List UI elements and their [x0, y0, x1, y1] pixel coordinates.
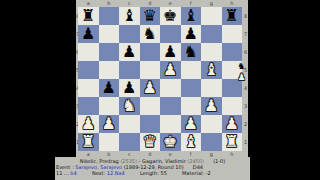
square-a8[interactable]: ♜	[78, 7, 99, 25]
white-knight[interactable]: ♞	[122, 98, 136, 114]
length-value: 55	[160, 170, 166, 176]
rank-labels-left: 87654321	[76, 7, 78, 151]
black-bishop[interactable]: ♝	[184, 8, 198, 24]
square-a3[interactable]	[78, 97, 99, 115]
rank-label-2: 2	[76, 115, 78, 133]
square-h8[interactable]: ♜	[222, 7, 243, 25]
event-label: Event :	[56, 164, 74, 170]
eco-code: D44	[193, 164, 203, 170]
square-g1[interactable]	[201, 133, 222, 151]
square-b8[interactable]	[99, 7, 120, 25]
black-king[interactable]: ♚	[163, 8, 177, 24]
square-g4[interactable]	[201, 79, 222, 97]
square-e7[interactable]	[160, 25, 181, 43]
black-pawn[interactable]: ♟	[184, 26, 198, 42]
square-f3[interactable]	[181, 97, 202, 115]
square-g2[interactable]	[201, 115, 222, 133]
square-b7[interactable]	[99, 25, 120, 43]
file-label-g: g	[201, 0, 222, 6]
square-f8[interactable]: ♝	[181, 7, 202, 25]
black-queen[interactable]: ♛	[143, 8, 157, 24]
square-e2[interactable]	[160, 115, 181, 133]
square-a1[interactable]: ♜	[78, 133, 99, 151]
square-g5[interactable]: ♝	[201, 61, 222, 79]
black-pawn[interactable]: ♟	[122, 44, 136, 60]
black-knight[interactable]: ♞	[184, 44, 198, 60]
rank-label-7: 7	[243, 25, 248, 43]
square-d4[interactable]: ♟	[140, 79, 161, 97]
square-c5[interactable]	[119, 61, 140, 79]
white-rook[interactable]: ♜	[81, 134, 95, 150]
square-h3[interactable]	[222, 97, 243, 115]
square-g3[interactable]: ♟	[201, 97, 222, 115]
rank-label-5: 5	[76, 61, 78, 79]
rank-label-3: 3	[243, 97, 248, 115]
square-a4[interactable]	[78, 79, 99, 97]
square-h2[interactable]: ♟	[222, 115, 243, 133]
square-e4[interactable]	[160, 79, 181, 97]
white-pawn[interactable]: ♟	[143, 80, 157, 96]
square-c7[interactable]	[119, 25, 140, 43]
square-f4[interactable]	[181, 79, 202, 97]
move-number: 11	[56, 170, 62, 176]
square-f7[interactable]: ♟	[181, 25, 202, 43]
square-e5[interactable]: ♟	[160, 61, 181, 79]
event-details: (1989-12-29, Round 10)	[124, 164, 184, 170]
material-label: Material:	[182, 170, 204, 176]
rank-label-6: 6	[76, 43, 78, 61]
captured-material-tray: ♞♟	[235, 61, 248, 83]
rank-label-8: 8	[243, 7, 248, 25]
square-e6[interactable]: ♟	[160, 43, 181, 61]
black-pawn[interactable]: ♟	[81, 26, 95, 42]
square-f6[interactable]: ♞	[181, 43, 202, 61]
square-b5[interactable]	[99, 61, 120, 79]
square-c3[interactable]: ♞	[119, 97, 140, 115]
square-h1[interactable]: ♜	[222, 133, 243, 151]
square-d5[interactable]	[140, 61, 161, 79]
game-result: (1-0)	[213, 158, 225, 164]
square-f5[interactable]	[181, 61, 202, 79]
square-a5[interactable]	[78, 61, 99, 79]
rank-label-7: 7	[76, 25, 78, 43]
square-a7[interactable]: ♟	[78, 25, 99, 43]
square-d6[interactable]	[140, 43, 161, 61]
black-pawn[interactable]: ♟	[163, 44, 177, 60]
white-bishop[interactable]: ♝	[204, 62, 218, 78]
tray-white-pawn: ♟	[237, 72, 245, 83]
square-e1[interactable]: ♚	[160, 133, 181, 151]
square-b3[interactable]	[99, 97, 120, 115]
square-b1[interactable]	[99, 133, 120, 151]
square-f1[interactable]: ♝	[181, 133, 202, 151]
video-frame: abcdefgh ♜♝♛♚♝♜♟♞♟♟♟♞♟♝♟♟♟♞♟♟♟♟♟♜♛♚♝♜ ab…	[0, 0, 320, 180]
white-rook[interactable]: ♜	[225, 134, 239, 150]
white-king[interactable]: ♚	[163, 134, 177, 150]
game-info-panel: Nikolic, Predrag (2535) - Gagarin, Vladi…	[55, 157, 250, 180]
file-labels-top: abcdefgh	[78, 0, 242, 6]
white-bishop[interactable]: ♝	[184, 134, 198, 150]
square-b4[interactable]: ♟	[99, 79, 120, 97]
white-pawn[interactable]: ♟	[204, 98, 218, 114]
square-d3[interactable]	[140, 97, 161, 115]
square-c1[interactable]	[119, 133, 140, 151]
move-ellipsis: ...	[64, 170, 69, 176]
black-knight[interactable]: ♞	[143, 26, 157, 42]
square-e3[interactable]	[160, 97, 181, 115]
black-bishop[interactable]: ♝	[122, 8, 136, 24]
square-c4[interactable]: ♟	[119, 79, 140, 97]
white-pawn[interactable]: ♟	[102, 116, 116, 132]
square-d1[interactable]: ♛	[140, 133, 161, 151]
next-move-link[interactable]: 12.Na4	[107, 170, 125, 176]
white-pawn[interactable]: ♟	[184, 116, 198, 132]
square-f2[interactable]: ♟	[181, 115, 202, 133]
square-g8[interactable]	[201, 7, 222, 25]
rank-label-4: 4	[76, 79, 78, 97]
rank-label-1: 1	[76, 133, 78, 151]
white-pawn[interactable]: ♟	[163, 62, 177, 78]
chess-board-panel: abcdefgh ♜♝♛♚♝♜♟♞♟♟♟♞♟♝♟♟♟♞♟♟♟♟♟♜♛♚♝♜ ab…	[76, 0, 248, 157]
material-value: -2	[206, 170, 211, 176]
square-c6[interactable]: ♟	[119, 43, 140, 61]
square-d2[interactable]	[140, 115, 161, 133]
square-h6[interactable]	[222, 43, 243, 61]
square-a6[interactable]	[78, 43, 99, 61]
rank-label-2: 2	[243, 115, 248, 133]
white-pawn[interactable]: ♟	[81, 116, 95, 132]
last-move-link[interactable]: b4	[70, 170, 76, 176]
square-d7[interactable]: ♞	[140, 25, 161, 43]
square-c2[interactable]	[119, 115, 140, 133]
black-pawn[interactable]: ♟	[122, 80, 136, 96]
square-c8[interactable]: ♝	[119, 7, 140, 25]
rank-label-1: 1	[243, 133, 248, 151]
file-label-b: b	[99, 0, 120, 6]
rank-label-3: 3	[76, 97, 78, 115]
black-pawn[interactable]: ♟	[102, 80, 116, 96]
square-a2[interactable]: ♟	[78, 115, 99, 133]
white-pawn[interactable]: ♟	[225, 116, 239, 132]
length-label: Length:	[140, 170, 159, 176]
white-queen[interactable]: ♛	[143, 134, 157, 150]
square-g6[interactable]	[201, 43, 222, 61]
square-h7[interactable]	[222, 25, 243, 43]
tray-black-knight: ♞	[237, 61, 245, 72]
rank-label-6: 6	[243, 43, 248, 61]
square-e8[interactable]: ♚	[160, 7, 181, 25]
black-rook[interactable]: ♜	[225, 8, 239, 24]
square-b6[interactable]	[99, 43, 120, 61]
move-status-line: 11 ... b4 Next: 12.Na4 Length: 55 Materi…	[56, 171, 250, 177]
square-d8[interactable]: ♛	[140, 7, 161, 25]
rank-label-8: 8	[76, 7, 78, 25]
square-g7[interactable]	[201, 25, 222, 43]
black-rook[interactable]: ♜	[81, 8, 95, 24]
chess-board[interactable]: ♜♝♛♚♝♜♟♞♟♟♟♞♟♝♟♟♟♞♟♟♟♟♟♜♛♚♝♜	[78, 7, 242, 151]
event-site-link[interactable]: Sarajevo, Sarajevo	[75, 164, 122, 170]
square-b2[interactable]: ♟	[99, 115, 120, 133]
next-label: Next:	[92, 170, 105, 176]
